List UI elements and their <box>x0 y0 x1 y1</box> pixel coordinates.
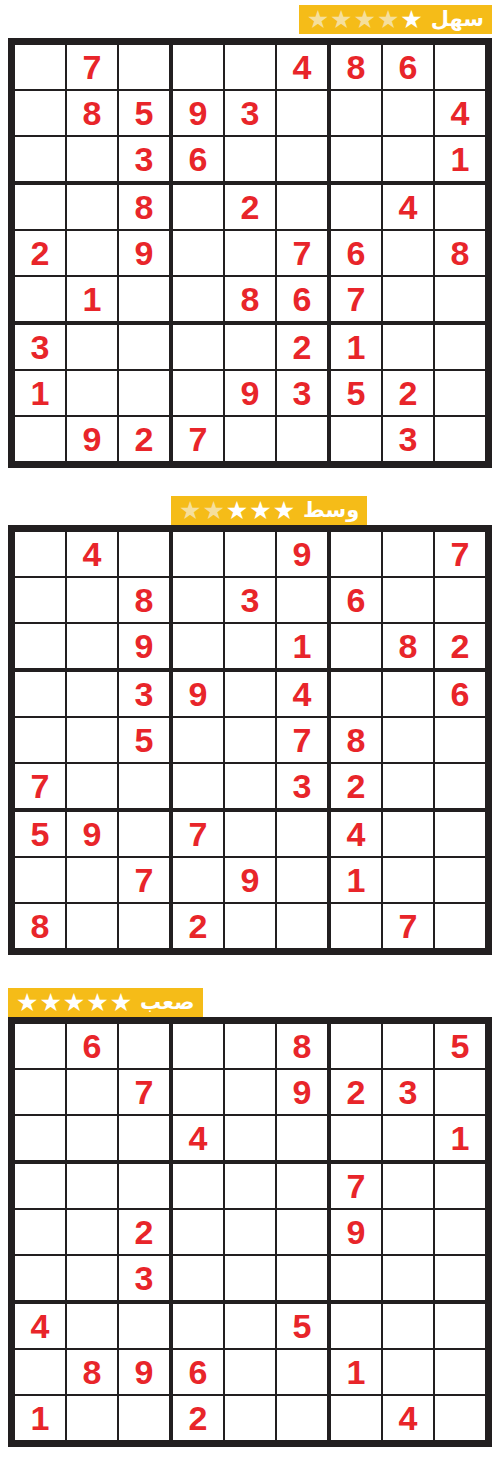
cell-r3c2[interactable] <box>67 137 117 181</box>
cell-r5c1[interactable] <box>15 718 65 762</box>
star-dim-icon: ★ <box>202 498 224 524</box>
sudoku-box: 79 <box>331 1164 485 1300</box>
cell-r6c5[interactable] <box>225 764 275 808</box>
cell-r3c2[interactable] <box>67 624 117 668</box>
cell-r1c6[interactable]: 4 <box>277 45 327 89</box>
cell-r1c3[interactable] <box>119 1024 169 1068</box>
cell-r1c7[interactable]: 8 <box>331 45 381 89</box>
cell-r9c2[interactable] <box>67 1396 117 1440</box>
sudoku-box: 3192 <box>15 325 169 461</box>
cell-r7c8[interactable] <box>383 1304 433 1348</box>
star-dim-icon: ★ <box>179 498 201 524</box>
cell-r5c5[interactable] <box>225 1210 275 1254</box>
cell-r1c1[interactable] <box>15 45 65 89</box>
cell-r2c8[interactable]: 3 <box>383 1070 433 1114</box>
cell-r8c9[interactable] <box>435 858 485 902</box>
cell-r7c3[interactable] <box>119 812 169 856</box>
cell-r2c2[interactable]: 8 <box>67 91 117 135</box>
cell-r4c5[interactable]: 2 <box>225 185 275 229</box>
cell-r4c1[interactable] <box>15 672 65 716</box>
cell-r5c7[interactable]: 9 <box>331 1210 381 1254</box>
cell-r6c2[interactable]: 1 <box>67 277 117 321</box>
cell-r8c9[interactable] <box>435 1350 485 1394</box>
cell-r8c1[interactable] <box>15 858 65 902</box>
cell-r8c5[interactable]: 9 <box>225 858 275 902</box>
sudoku-box: 4891 <box>15 1304 169 1440</box>
cell-r6c7[interactable]: 7 <box>331 277 381 321</box>
cell-r5c4[interactable] <box>173 1210 223 1254</box>
difficulty-banner-medium: ★★★★★ وسط <box>171 496 367 525</box>
cell-r2c2[interactable] <box>67 1070 117 1114</box>
cell-r1c5[interactable] <box>225 1024 275 1068</box>
sudoku-page: ★★★★★ سهل 785349368641829127864687319229… <box>0 0 500 1460</box>
cell-r3c5[interactable] <box>225 1116 275 1160</box>
cell-r7c3[interactable] <box>119 325 169 369</box>
star-rating-easy: ★★★★★ <box>307 7 423 33</box>
cell-r7c4[interactable]: 7 <box>173 812 223 856</box>
cell-r9c4[interactable]: 2 <box>173 1396 223 1440</box>
cell-r8c7[interactable]: 5 <box>331 371 381 415</box>
cell-r5c6[interactable] <box>277 1210 327 1254</box>
cell-r5c8[interactable] <box>383 1210 433 1254</box>
cell-r9c6[interactable] <box>277 904 327 948</box>
cell-r2c9[interactable] <box>435 578 485 622</box>
cell-r5c8[interactable] <box>383 718 433 762</box>
cell-r1c1[interactable] <box>15 532 65 576</box>
cell-r6c8[interactable] <box>383 764 433 808</box>
sudoku-box: 7853 <box>15 45 169 181</box>
cell-r1c3[interactable] <box>119 532 169 576</box>
cell-r7c1[interactable]: 5 <box>15 812 65 856</box>
cell-r4c3[interactable]: 8 <box>119 185 169 229</box>
cell-r6c6[interactable]: 6 <box>277 277 327 321</box>
cell-r5c9[interactable] <box>435 1210 485 1254</box>
cell-r9c2[interactable] <box>67 904 117 948</box>
cell-r5c3[interactable]: 2 <box>119 1210 169 1254</box>
star-filled-icon: ★ <box>16 990 38 1016</box>
cell-r7c7[interactable] <box>331 1304 381 1348</box>
cell-r6c7[interactable] <box>331 1256 381 1300</box>
cell-r4c7[interactable] <box>331 672 381 716</box>
cell-r2c3[interactable]: 7 <box>119 1070 169 1114</box>
sudoku-box: 14 <box>331 1304 485 1440</box>
cell-r9c6[interactable] <box>277 417 327 461</box>
cell-r3c9[interactable]: 1 <box>435 137 485 181</box>
cell-r2c1[interactable] <box>15 578 65 622</box>
sudoku-box: 2937 <box>173 325 327 461</box>
cell-r4c2[interactable] <box>67 1164 117 1208</box>
sudoku-box: 7682 <box>331 532 485 668</box>
cell-r8c4[interactable] <box>173 371 223 415</box>
cell-r4c8[interactable] <box>383 1164 433 1208</box>
difficulty-banner-easy: ★★★★★ سهل <box>299 5 492 34</box>
cell-r8c8[interactable]: 2 <box>383 371 433 415</box>
star-rating-hard: ★★★★★ <box>16 990 132 1016</box>
cell-r1c8[interactable] <box>383 532 433 576</box>
cell-r2c9[interactable] <box>435 1070 485 1114</box>
cell-r3c1[interactable] <box>15 137 65 181</box>
cell-r1c3[interactable] <box>119 45 169 89</box>
cell-r1c6[interactable]: 8 <box>277 1024 327 1068</box>
cell-r2c5[interactable] <box>225 1070 275 1114</box>
cell-r2c2[interactable] <box>67 578 117 622</box>
cell-r5c2[interactable] <box>67 718 117 762</box>
cell-r9c9[interactable] <box>435 1396 485 1440</box>
sudoku-box: 8641 <box>331 45 485 181</box>
cell-r4c3[interactable] <box>119 1164 169 1208</box>
sudoku-box: 9473 <box>173 672 327 808</box>
cell-r6c2[interactable] <box>67 1256 117 1300</box>
difficulty-label-hard: صعب <box>140 992 194 1013</box>
cell-r4c4[interactable]: 9 <box>173 672 223 716</box>
cell-r3c1[interactable] <box>15 624 65 668</box>
cell-r2c7[interactable] <box>331 91 381 135</box>
cell-r5c7[interactable]: 8 <box>331 718 381 762</box>
difficulty-label-medium: وسط <box>303 500 359 521</box>
cell-r4c9[interactable]: 6 <box>435 672 485 716</box>
cell-r7c6[interactable]: 5 <box>277 1304 327 1348</box>
cell-r1c5[interactable] <box>225 45 275 89</box>
cell-r6c9[interactable] <box>435 1256 485 1300</box>
cell-r9c9[interactable] <box>435 417 485 461</box>
sudoku-box: 2786 <box>173 185 327 321</box>
star-dim-icon: ★ <box>353 7 375 33</box>
cell-r1c2[interactable]: 6 <box>67 1024 117 1068</box>
cell-r3c9[interactable]: 2 <box>435 624 485 668</box>
cell-r5c4[interactable] <box>173 231 223 275</box>
cell-r1c9[interactable] <box>435 45 485 89</box>
difficulty-banner-hard: ★★★★★ صعب <box>8 988 203 1017</box>
star-filled-icon: ★ <box>273 498 295 524</box>
cell-r9c6[interactable] <box>277 1396 327 1440</box>
cell-r2c8[interactable] <box>383 578 433 622</box>
cell-r4c6[interactable] <box>277 185 327 229</box>
star-filled-icon: ★ <box>400 7 422 33</box>
cell-r4c6[interactable]: 4 <box>277 672 327 716</box>
cell-r6c7[interactable]: 2 <box>331 764 381 808</box>
cell-r7c5[interactable] <box>225 812 275 856</box>
cell-r9c2[interactable]: 9 <box>67 417 117 461</box>
star-filled-icon: ★ <box>63 990 85 1016</box>
cell-r2c1[interactable] <box>15 91 65 135</box>
cell-r6c3[interactable] <box>119 277 169 321</box>
cell-r7c2[interactable] <box>67 325 117 369</box>
cell-r9c4[interactable]: 7 <box>173 417 223 461</box>
cell-r8c4[interactable]: 6 <box>173 1350 223 1394</box>
cell-r6c1[interactable] <box>15 277 65 321</box>
cell-r1c4[interactable] <box>173 45 223 89</box>
cell-r1c5[interactable] <box>225 532 275 576</box>
cell-r4c8[interactable]: 4 <box>383 185 433 229</box>
cell-r3c3[interactable]: 3 <box>119 137 169 181</box>
cell-r5c1[interactable]: 2 <box>15 231 65 275</box>
cell-r8c1[interactable] <box>15 1350 65 1394</box>
cell-r6c2[interactable] <box>67 764 117 808</box>
sudoku-box <box>173 1164 327 1300</box>
cell-r3c7[interactable] <box>331 1116 381 1160</box>
cell-r5c2[interactable] <box>67 1210 117 1254</box>
cell-r5c6[interactable]: 7 <box>277 231 327 275</box>
cell-r1c2[interactable]: 4 <box>67 532 117 576</box>
cell-r3c6[interactable] <box>277 137 327 181</box>
cell-r8c3[interactable]: 9 <box>119 1350 169 1394</box>
cell-r1c8[interactable] <box>383 1024 433 1068</box>
cell-r3c5[interactable] <box>225 137 275 181</box>
cell-r2c4[interactable]: 9 <box>173 91 223 135</box>
cell-r2c7[interactable]: 2 <box>331 1070 381 1114</box>
cell-r9c1[interactable]: 8 <box>15 904 65 948</box>
cell-r7c9[interactable] <box>435 812 485 856</box>
cell-r4c7[interactable]: 7 <box>331 1164 381 1208</box>
cell-r7c5[interactable] <box>225 1304 275 1348</box>
sudoku-box: 5978 <box>15 812 169 948</box>
cell-r2c5[interactable]: 3 <box>225 578 275 622</box>
cell-r7c7[interactable]: 4 <box>331 812 381 856</box>
sudoku-box: 931 <box>173 532 327 668</box>
cell-r8c6[interactable] <box>277 858 327 902</box>
cell-r3c8[interactable] <box>383 1116 433 1160</box>
cell-r8c5[interactable]: 9 <box>225 371 275 415</box>
cell-r4c2[interactable] <box>67 185 117 229</box>
cell-r9c3[interactable]: 2 <box>119 417 169 461</box>
cell-r1c4[interactable] <box>173 1024 223 1068</box>
cell-r3c6[interactable]: 1 <box>277 624 327 668</box>
cell-r3c3[interactable] <box>119 1116 169 1160</box>
cell-r6c8[interactable] <box>383 277 433 321</box>
cell-r1c2[interactable]: 7 <box>67 45 117 89</box>
cell-r5c8[interactable] <box>383 231 433 275</box>
star-dim-icon: ★ <box>330 7 352 33</box>
cell-r4c5[interactable] <box>225 1164 275 1208</box>
cell-r9c7[interactable] <box>331 417 381 461</box>
cell-r2c3[interactable]: 8 <box>119 578 169 622</box>
cell-r5c9[interactable]: 8 <box>435 231 485 275</box>
cell-r3c5[interactable] <box>225 624 275 668</box>
cell-r4c7[interactable] <box>331 185 381 229</box>
cell-r2c6[interactable]: 9 <box>277 1070 327 1114</box>
cell-r4c6[interactable] <box>277 1164 327 1208</box>
sudoku-box: 489 <box>15 532 169 668</box>
cell-r6c1[interactable]: 7 <box>15 764 65 808</box>
cell-r3c6[interactable] <box>277 1116 327 1160</box>
cell-r4c1[interactable] <box>15 185 65 229</box>
cell-r9c9[interactable] <box>435 904 485 948</box>
cell-r4c9[interactable] <box>435 1164 485 1208</box>
cell-r8c4[interactable] <box>173 858 223 902</box>
sudoku-board-hard: 6789452312379489156214 <box>8 1017 492 1447</box>
cell-r9c5[interactable] <box>225 1396 275 1440</box>
cell-r1c7[interactable] <box>331 1024 381 1068</box>
cell-r3c7[interactable] <box>331 137 381 181</box>
cell-r6c9[interactable] <box>435 764 485 808</box>
cell-r8c3[interactable] <box>119 371 169 415</box>
sudoku-box: 792 <box>173 812 327 948</box>
cell-r7c2[interactable] <box>67 1304 117 1348</box>
cell-r3c3[interactable]: 9 <box>119 624 169 668</box>
cell-r6c1[interactable] <box>15 1256 65 1300</box>
cell-r8c5[interactable] <box>225 1350 275 1394</box>
cell-r8c2[interactable] <box>67 858 117 902</box>
cell-r1c9[interactable]: 5 <box>435 1024 485 1068</box>
cell-r1c1[interactable] <box>15 1024 65 1068</box>
sudoku-box: 23 <box>15 1164 169 1300</box>
cell-r9c3[interactable] <box>119 904 169 948</box>
cell-r2c5[interactable]: 3 <box>225 91 275 135</box>
cell-r9c5[interactable] <box>225 904 275 948</box>
sudoku-box: 4687 <box>331 185 485 321</box>
cell-r7c4[interactable] <box>173 1304 223 1348</box>
cell-r2c7[interactable]: 6 <box>331 578 381 622</box>
star-filled-icon: ★ <box>110 990 132 1016</box>
cell-r6c5[interactable]: 8 <box>225 277 275 321</box>
cell-r6c3[interactable]: 3 <box>119 1256 169 1300</box>
cell-r7c9[interactable] <box>435 1304 485 1348</box>
cell-r4c8[interactable] <box>383 672 433 716</box>
cell-r6c6[interactable] <box>277 1256 327 1300</box>
cell-r7c8[interactable] <box>383 812 433 856</box>
cell-r5c2[interactable] <box>67 231 117 275</box>
cell-r7c5[interactable] <box>225 325 275 369</box>
star-filled-icon: ★ <box>249 498 271 524</box>
cell-r9c8[interactable]: 7 <box>383 904 433 948</box>
cell-r4c4[interactable] <box>173 185 223 229</box>
cell-r9c8[interactable]: 3 <box>383 417 433 461</box>
cell-r9c3[interactable] <box>119 1396 169 1440</box>
cell-r5c5[interactable] <box>225 231 275 275</box>
cell-r5c6[interactable]: 7 <box>277 718 327 762</box>
cell-r5c3[interactable]: 5 <box>119 718 169 762</box>
cell-r1c4[interactable] <box>173 532 223 576</box>
cell-r1c6[interactable]: 9 <box>277 532 327 576</box>
cell-r3c8[interactable]: 8 <box>383 624 433 668</box>
cell-r3c4[interactable]: 4 <box>173 1116 223 1160</box>
cell-r9c8[interactable]: 4 <box>383 1396 433 1440</box>
cell-r4c1[interactable] <box>15 1164 65 1208</box>
cell-r1c8[interactable]: 6 <box>383 45 433 89</box>
cell-r4c3[interactable]: 3 <box>119 672 169 716</box>
cell-r6c4[interactable] <box>173 277 223 321</box>
cell-r8c6[interactable] <box>277 1350 327 1394</box>
cell-r2c6[interactable] <box>277 578 327 622</box>
cell-r6c6[interactable]: 3 <box>277 764 327 808</box>
cell-r8c2[interactable] <box>67 371 117 415</box>
cell-r5c9[interactable] <box>435 718 485 762</box>
cell-r9c1[interactable]: 1 <box>15 1396 65 1440</box>
cell-r8c3[interactable]: 7 <box>119 858 169 902</box>
cell-r7c6[interactable] <box>277 812 327 856</box>
cell-r4c5[interactable] <box>225 672 275 716</box>
cell-r2c1[interactable] <box>15 1070 65 1114</box>
cell-r6c8[interactable] <box>383 1256 433 1300</box>
cell-r6c4[interactable] <box>173 764 223 808</box>
cell-r6c3[interactable] <box>119 764 169 808</box>
cell-r9c7[interactable] <box>331 904 381 948</box>
cell-r5c5[interactable] <box>225 718 275 762</box>
cell-r3c1[interactable] <box>15 1116 65 1160</box>
cell-r3c2[interactable] <box>67 1116 117 1160</box>
cell-r2c6[interactable] <box>277 91 327 135</box>
star-dim-icon: ★ <box>377 7 399 33</box>
cell-r7c6[interactable]: 2 <box>277 325 327 369</box>
cell-r5c7[interactable]: 6 <box>331 231 381 275</box>
cell-r1c9[interactable]: 7 <box>435 532 485 576</box>
cell-r3c9[interactable]: 1 <box>435 1116 485 1160</box>
cell-r7c3[interactable] <box>119 1304 169 1348</box>
cell-r7c1[interactable]: 4 <box>15 1304 65 1348</box>
sudoku-box: 682 <box>331 672 485 808</box>
star-filled-icon: ★ <box>86 990 108 1016</box>
cell-r3c7[interactable] <box>331 624 381 668</box>
star-dim-icon: ★ <box>307 7 329 33</box>
cell-r3c4[interactable] <box>173 624 223 668</box>
cell-r5c1[interactable] <box>15 1210 65 1254</box>
cell-r8c9[interactable] <box>435 371 485 415</box>
cell-r4c2[interactable] <box>67 672 117 716</box>
sudoku-board-medium: 489931768235794736825978792417 <box>8 525 492 955</box>
sudoku-box: 562 <box>173 1304 327 1440</box>
cell-r2c4[interactable] <box>173 1070 223 1114</box>
cell-r9c7[interactable] <box>331 1396 381 1440</box>
cell-r5c4[interactable] <box>173 718 223 762</box>
cell-r3c8[interactable] <box>383 137 433 181</box>
sudoku-box: 357 <box>15 672 169 808</box>
cell-r5c3[interactable]: 9 <box>119 231 169 275</box>
cell-r1c7[interactable] <box>331 532 381 576</box>
cell-r2c8[interactable] <box>383 91 433 135</box>
cell-r7c2[interactable]: 9 <box>67 812 117 856</box>
cell-r8c6[interactable]: 3 <box>277 371 327 415</box>
cell-r7c1[interactable]: 3 <box>15 325 65 369</box>
cell-r8c8[interactable] <box>383 1350 433 1394</box>
cell-r4c4[interactable] <box>173 1164 223 1208</box>
cell-r6c4[interactable] <box>173 1256 223 1300</box>
cell-r3c4[interactable]: 6 <box>173 137 223 181</box>
sudoku-box: 894 <box>173 1024 327 1160</box>
cell-r4c9[interactable] <box>435 185 485 229</box>
cell-r7c8[interactable] <box>383 325 433 369</box>
cell-r7c4[interactable] <box>173 325 223 369</box>
sudoku-box: 417 <box>331 812 485 948</box>
cell-r8c8[interactable] <box>383 858 433 902</box>
star-rating-medium: ★★★★★ <box>179 498 295 524</box>
cell-r7c9[interactable] <box>435 325 485 369</box>
cell-r9c1[interactable] <box>15 417 65 461</box>
cell-r8c1[interactable]: 1 <box>15 371 65 415</box>
cell-r6c9[interactable] <box>435 277 485 321</box>
sudoku-box: 5231 <box>331 1024 485 1160</box>
cell-r2c3[interactable]: 5 <box>119 91 169 135</box>
sudoku-box: 67 <box>15 1024 169 1160</box>
star-filled-icon: ★ <box>39 990 61 1016</box>
sudoku-board-easy: 785349368641829127864687319229371523 <box>8 38 492 468</box>
sudoku-box: 4936 <box>173 45 327 181</box>
difficulty-label-easy: سهل <box>431 9 484 30</box>
cell-r8c7[interactable]: 1 <box>331 1350 381 1394</box>
sudoku-box: 8291 <box>15 185 169 321</box>
star-filled-icon: ★ <box>226 498 248 524</box>
cell-r7c7[interactable]: 1 <box>331 325 381 369</box>
cell-r6c5[interactable] <box>225 1256 275 1300</box>
cell-r9c5[interactable] <box>225 417 275 461</box>
cell-r9c4[interactable]: 2 <box>173 904 223 948</box>
sudoku-box: 1523 <box>331 325 485 461</box>
cell-r2c4[interactable] <box>173 578 223 622</box>
cell-r8c7[interactable]: 1 <box>331 858 381 902</box>
cell-r2c9[interactable]: 4 <box>435 91 485 135</box>
cell-r8c2[interactable]: 8 <box>67 1350 117 1394</box>
